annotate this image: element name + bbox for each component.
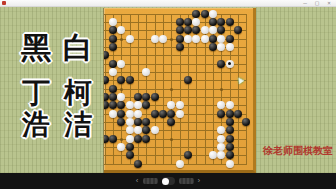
black-stone	[109, 35, 117, 43]
black-stone	[117, 76, 125, 84]
grid-line	[104, 55, 247, 56]
white-stone	[176, 110, 184, 118]
app-icon	[2, 1, 6, 5]
black-stone	[109, 93, 117, 101]
black-stone	[142, 126, 150, 134]
black-stone	[176, 43, 184, 51]
black-stone	[176, 35, 184, 43]
go-board[interactable]	[104, 8, 256, 173]
white-stone	[217, 151, 225, 159]
black-stone	[242, 118, 250, 126]
black-stone	[192, 26, 200, 34]
white-player-name-char2: 洁	[56, 106, 100, 144]
white-stone	[142, 68, 150, 76]
maximize-button[interactable]: □	[312, 0, 322, 6]
black-stone	[117, 118, 125, 126]
black-stone	[104, 51, 109, 59]
white-label: 白	[56, 28, 100, 69]
black-stone	[109, 85, 117, 93]
black-stone	[184, 26, 192, 34]
black-stone	[167, 110, 175, 118]
white-stone	[226, 60, 234, 68]
white-stone	[176, 101, 184, 109]
white-stone	[126, 126, 134, 134]
black-stone	[151, 110, 159, 118]
grid-line	[104, 72, 247, 73]
black-stone	[217, 18, 225, 26]
black-stone	[226, 118, 234, 126]
white-stone	[209, 10, 217, 18]
black-stone	[104, 93, 109, 101]
black-stone	[217, 110, 225, 118]
minimize-button[interactable]: –	[300, 0, 310, 6]
white-stone	[159, 35, 167, 43]
black-stone	[134, 118, 142, 126]
title-bar: – □ ×	[0, 0, 336, 7]
grid-line	[238, 14, 239, 165]
white-stone	[109, 110, 117, 118]
black-stone	[226, 126, 234, 134]
black-stone	[117, 101, 125, 109]
black-player-name-char2: 浩	[14, 106, 58, 144]
black-stone	[217, 26, 225, 34]
white-stone	[217, 43, 225, 51]
black-stone	[142, 135, 150, 143]
black-stone	[226, 18, 234, 26]
white-stone	[217, 101, 225, 109]
black-stone	[109, 135, 117, 143]
white-stone	[192, 18, 200, 26]
black-stone	[226, 110, 234, 118]
black-stone	[192, 10, 200, 18]
black-stone	[184, 76, 192, 84]
white-stone	[134, 126, 142, 134]
black-stone	[104, 101, 109, 109]
white-stone	[176, 160, 184, 168]
black-stone	[134, 135, 142, 143]
black-stone	[209, 18, 217, 26]
black-stone	[217, 60, 225, 68]
white-stone	[201, 26, 209, 34]
black-stone	[159, 110, 167, 118]
white-stone	[167, 101, 175, 109]
black-stone	[184, 151, 192, 159]
white-stone	[201, 35, 209, 43]
close-button[interactable]: ×	[324, 0, 334, 6]
black-stone	[109, 60, 117, 68]
black-stone	[126, 143, 134, 151]
white-stone	[217, 126, 225, 134]
black-stone	[142, 101, 150, 109]
white-stone	[117, 60, 125, 68]
white-stone	[109, 68, 117, 76]
black-stone	[117, 110, 125, 118]
white-stone	[126, 110, 134, 118]
black-stone	[142, 118, 150, 126]
watermark-text: 徐老师围棋教室	[262, 144, 334, 158]
white-stone	[117, 26, 125, 34]
white-stone	[226, 101, 234, 109]
white-stone	[226, 43, 234, 51]
white-stone	[126, 35, 134, 43]
black-stone	[109, 101, 117, 109]
toggle-knob	[162, 178, 169, 185]
black-stone	[151, 93, 159, 101]
black-label: 黑	[14, 28, 58, 69]
black-stone	[209, 43, 217, 51]
white-stone	[126, 101, 134, 109]
white-stone	[126, 118, 134, 126]
tatami-background: 黑 白 丁 柯 浩 洁 徐老师围棋教室	[0, 6, 336, 173]
white-stone	[192, 35, 200, 43]
white-stone	[151, 35, 159, 43]
black-stone	[104, 76, 109, 84]
black-stone	[176, 26, 184, 34]
last-move-marker	[228, 62, 231, 65]
black-stone	[226, 135, 234, 143]
white-stone	[209, 151, 217, 159]
black-stone	[142, 93, 150, 101]
white-stone	[109, 18, 117, 26]
white-stone	[151, 126, 159, 134]
grid-line	[104, 97, 247, 98]
grid-line	[104, 14, 247, 15]
black-stone	[109, 43, 117, 51]
black-stone	[109, 26, 117, 34]
white-stone	[209, 26, 217, 34]
white-stone	[117, 93, 125, 101]
black-stone	[126, 151, 134, 159]
black-stone	[176, 18, 184, 26]
white-stone	[134, 101, 142, 109]
black-stone	[226, 151, 234, 159]
white-stone	[217, 35, 225, 43]
playback-controls: ‹ ›	[0, 173, 336, 189]
white-stone	[217, 135, 225, 143]
next-button[interactable]: ›	[198, 177, 201, 185]
white-stone	[226, 160, 234, 168]
black-stone	[167, 118, 175, 126]
color-toggle[interactable]	[162, 177, 175, 185]
black-stone	[126, 76, 134, 84]
black-stone	[234, 26, 242, 34]
black-stone	[226, 35, 234, 43]
black-stone	[226, 143, 234, 151]
white-stone	[117, 143, 125, 151]
black-stone	[209, 35, 217, 43]
grid-line	[246, 14, 247, 165]
black-stone	[104, 135, 109, 143]
white-stone	[126, 135, 134, 143]
white-stone	[184, 35, 192, 43]
white-stone	[134, 110, 142, 118]
black-stone	[234, 110, 242, 118]
black-stone	[201, 10, 209, 18]
white-move-button[interactable]	[179, 178, 194, 184]
prev-button[interactable]: ‹	[136, 177, 139, 185]
black-move-button[interactable]	[143, 178, 158, 184]
grid-line	[104, 89, 247, 90]
black-stone	[134, 160, 142, 168]
black-stone	[134, 93, 142, 101]
black-stone	[184, 18, 192, 26]
white-stone	[217, 143, 225, 151]
